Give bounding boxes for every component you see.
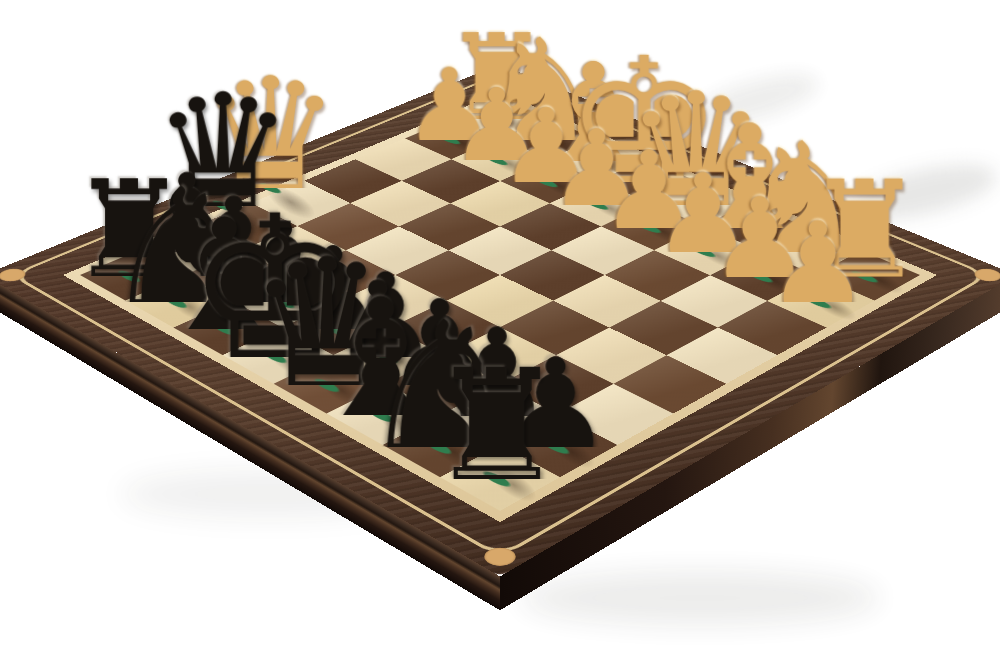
studio-scene: ♜♞♝♚♛♝♞♜♟♟♟♟♟♟♟♟♟♟♟♟♟♟♟♟♜♞♝♚♛♝♞♜ ♛♛	[0, 0, 1000, 656]
